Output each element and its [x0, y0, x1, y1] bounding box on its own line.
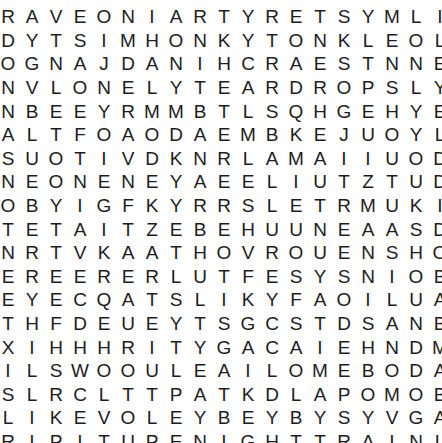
grid-cell[interactable]: C [68, 288, 92, 312]
grid-cell[interactable]: A [188, 170, 212, 194]
grid-cell[interactable]: L [356, 29, 380, 53]
grid-cell[interactable]: B [20, 194, 44, 218]
grid-cell[interactable]: K [236, 288, 260, 312]
grid-cell[interactable]: E [284, 194, 308, 218]
grid-cell[interactable]: A [284, 52, 308, 76]
grid-cell[interactable]: E [140, 170, 164, 194]
grid-cell[interactable]: T [140, 383, 164, 407]
grid-cell[interactable]: E [356, 99, 380, 123]
grid-cell[interactable]: F [44, 312, 68, 336]
grid-cell[interactable]: I [140, 335, 164, 359]
grid-cell[interactable]: A [20, 5, 44, 29]
grid-cell[interactable]: D [332, 312, 356, 336]
grid-cell[interactable]: L [140, 406, 164, 430]
grid-cell[interactable]: E [44, 288, 68, 312]
grid-cell[interactable]: H [140, 29, 164, 53]
grid-cell[interactable]: T [0, 312, 20, 336]
grid-cell[interactable]: B [212, 406, 236, 430]
grid-cell[interactable]: T [380, 170, 404, 194]
grid-cell[interactable]: Q [92, 288, 116, 312]
grid-cell[interactable]: R [332, 194, 356, 218]
grid-cell[interactable]: E [212, 170, 236, 194]
grid-cell[interactable]: L [260, 170, 284, 194]
grid-cell[interactable]: M [428, 335, 442, 359]
grid-cell[interactable]: O [356, 383, 380, 407]
grid-cell[interactable]: N [308, 217, 332, 241]
grid-cell[interactable]: S [404, 217, 428, 241]
grid-cell[interactable]: Y [164, 312, 188, 336]
grid-cell[interactable]: M [236, 123, 260, 147]
grid-cell[interactable]: Y [20, 288, 44, 312]
grid-cell[interactable]: I [20, 406, 44, 430]
grid-cell[interactable]: H [308, 99, 332, 123]
grid-cell[interactable]: K [44, 406, 68, 430]
grid-cell[interactable]: I [356, 147, 380, 171]
grid-cell[interactable]: B [20, 99, 44, 123]
grid-cell[interactable]: K [212, 29, 236, 53]
grid-cell[interactable]: L [428, 430, 442, 443]
grid-cell[interactable]: N [188, 147, 212, 171]
grid-cell[interactable]: S [380, 241, 404, 265]
grid-cell[interactable]: A [140, 52, 164, 76]
grid-cell[interactable]: U [188, 265, 212, 289]
grid-cell[interactable]: A [164, 5, 188, 29]
grid-cell[interactable]: O [92, 359, 116, 383]
grid-cell[interactable]: T [140, 288, 164, 312]
grid-cell[interactable]: P [332, 383, 356, 407]
grid-cell[interactable]: R [212, 147, 236, 171]
grid-cell[interactable]: O [0, 52, 20, 76]
grid-cell[interactable]: D [404, 335, 428, 359]
grid-cell[interactable]: L [404, 76, 428, 100]
grid-cell[interactable]: O [164, 29, 188, 53]
grid-cell[interactable]: K [404, 194, 428, 218]
grid-cell[interactable]: D [284, 76, 308, 100]
grid-cell[interactable]: D [428, 147, 442, 171]
grid-cell[interactable]: Y [428, 76, 442, 100]
grid-cell[interactable]: Y [236, 29, 260, 53]
grid-cell[interactable]: S [236, 194, 260, 218]
grid-cell[interactable]: L [236, 147, 260, 171]
grid-cell[interactable]: T [308, 312, 332, 336]
grid-cell[interactable]: A [308, 383, 332, 407]
grid-cell[interactable]: N [404, 430, 428, 443]
grid-cell[interactable]: I [308, 335, 332, 359]
grid-cell[interactable]: A [236, 76, 260, 100]
grid-cell[interactable]: H [356, 335, 380, 359]
grid-cell[interactable]: I [428, 194, 442, 218]
grid-cell[interactable]: S [332, 5, 356, 29]
grid-cell[interactable]: N [356, 265, 380, 289]
grid-cell[interactable]: E [428, 99, 442, 123]
grid-cell[interactable]: S [0, 147, 20, 171]
grid-cell[interactable]: L [140, 76, 164, 100]
grid-cell[interactable]: A [116, 288, 140, 312]
grid-cell[interactable]: I [92, 217, 116, 241]
grid-cell[interactable]: E [92, 312, 116, 336]
grid-cell[interactable]: Y [260, 288, 284, 312]
grid-cell[interactable]: Y [356, 406, 380, 430]
grid-cell[interactable]: Y [236, 5, 260, 29]
grid-cell[interactable]: O [332, 76, 356, 100]
grid-cell[interactable]: L [428, 29, 442, 53]
grid-cell[interactable]: T [212, 265, 236, 289]
grid-cell[interactable]: D [140, 147, 164, 171]
grid-cell[interactable]: Y [308, 265, 332, 289]
grid-cell[interactable]: N [404, 52, 428, 76]
grid-cell[interactable]: F [236, 265, 260, 289]
grid-cell[interactable]: A [0, 123, 20, 147]
grid-cell[interactable]: I [212, 288, 236, 312]
grid-cell[interactable]: N [68, 170, 92, 194]
grid-cell[interactable]: E [332, 241, 356, 265]
grid-cell[interactable]: L [92, 383, 116, 407]
grid-cell[interactable]: A [140, 241, 164, 265]
grid-cell[interactable]: M [116, 29, 140, 53]
grid-cell[interactable]: J [92, 52, 116, 76]
grid-cell[interactable]: T [116, 217, 140, 241]
grid-cell[interactable]: D [428, 217, 442, 241]
grid-cell[interactable]: U [308, 241, 332, 265]
grid-cell[interactable]: A [188, 123, 212, 147]
grid-cell[interactable]: E [116, 76, 140, 100]
grid-cell[interactable]: W [68, 359, 92, 383]
grid-cell[interactable]: H [188, 241, 212, 265]
grid-cell[interactable]: K [92, 241, 116, 265]
grid-cell[interactable]: A [356, 217, 380, 241]
grid-cell[interactable]: N [0, 99, 20, 123]
grid-cell[interactable]: Y [260, 406, 284, 430]
grid-cell[interactable]: B [188, 217, 212, 241]
grid-cell[interactable]: U [140, 359, 164, 383]
grid-cell[interactable]: R [0, 430, 20, 443]
grid-cell[interactable]: D [164, 123, 188, 147]
grid-cell[interactable]: T [308, 194, 332, 218]
grid-cell[interactable]: S [44, 359, 68, 383]
grid-cell[interactable]: G [236, 312, 260, 336]
grid-cell[interactable]: E [236, 170, 260, 194]
grid-cell[interactable]: G [212, 335, 236, 359]
grid-cell[interactable]: I [356, 288, 380, 312]
grid-cell[interactable]: T [188, 312, 212, 336]
grid-cell[interactable]: A [428, 359, 442, 383]
grid-cell[interactable]: K [284, 123, 308, 147]
grid-cell[interactable]: E [68, 406, 92, 430]
grid-cell[interactable]: O [332, 288, 356, 312]
grid-cell[interactable]: A [68, 217, 92, 241]
grid-cell[interactable]: Y [308, 406, 332, 430]
grid-cell[interactable]: E [188, 359, 212, 383]
grid-cell[interactable]: E [212, 217, 236, 241]
grid-cell[interactable]: V [20, 76, 44, 100]
grid-cell[interactable]: T [44, 123, 68, 147]
grid-cell[interactable]: Y [92, 99, 116, 123]
grid-cell[interactable]: H [20, 312, 44, 336]
grid-cell[interactable]: L [20, 359, 44, 383]
grid-cell[interactable]: R [260, 76, 284, 100]
grid-cell[interactable]: T [164, 241, 188, 265]
grid-cell[interactable]: G [236, 430, 260, 443]
grid-cell[interactable]: Y [404, 99, 428, 123]
grid-cell[interactable]: T [116, 383, 140, 407]
grid-cell[interactable]: S [212, 312, 236, 336]
grid-cell[interactable]: R [260, 5, 284, 29]
grid-cell[interactable]: Y [164, 170, 188, 194]
grid-cell[interactable]: N [116, 170, 140, 194]
grid-cell[interactable]: U [380, 147, 404, 171]
grid-cell[interactable]: Y [356, 5, 380, 29]
grid-cell[interactable]: T [356, 52, 380, 76]
grid-cell[interactable]: O [92, 123, 116, 147]
grid-cell[interactable]: B [428, 383, 442, 407]
grid-cell[interactable]: U [356, 123, 380, 147]
grid-cell[interactable]: H [92, 335, 116, 359]
grid-cell[interactable]: Z [140, 217, 164, 241]
grid-cell[interactable]: E [212, 123, 236, 147]
grid-cell[interactable]: I [380, 430, 404, 443]
grid-cell[interactable]: Z [356, 170, 380, 194]
grid-cell[interactable]: L [188, 288, 212, 312]
grid-cell[interactable]: A [380, 217, 404, 241]
grid-cell[interactable]: E [332, 359, 356, 383]
grid-cell[interactable]: A [212, 359, 236, 383]
grid-cell[interactable]: A [428, 288, 442, 312]
grid-cell[interactable]: L [20, 383, 44, 407]
grid-cell[interactable]: K [164, 147, 188, 171]
grid-cell[interactable]: S [0, 383, 20, 407]
grid-cell[interactable]: E [68, 99, 92, 123]
grid-cell[interactable]: Y [188, 335, 212, 359]
grid-cell[interactable]: L [20, 123, 44, 147]
grid-cell[interactable]: Y [404, 123, 428, 147]
grid-cell[interactable]: O [212, 241, 236, 265]
grid-cell[interactable]: E [0, 288, 20, 312]
grid-cell[interactable]: O [380, 123, 404, 147]
grid-cell[interactable]: O [284, 241, 308, 265]
grid-cell[interactable]: D [260, 383, 284, 407]
grid-cell[interactable]: O [284, 359, 308, 383]
grid-cell[interactable]: I [68, 194, 92, 218]
grid-cell[interactable]: O [44, 147, 68, 171]
grid-cell[interactable]: A [236, 335, 260, 359]
grid-cell[interactable]: S [380, 76, 404, 100]
grid-cell[interactable]: I [188, 52, 212, 76]
grid-cell[interactable]: M [140, 99, 164, 123]
grid-cell[interactable]: S [68, 29, 92, 53]
grid-cell[interactable]: N [0, 170, 20, 194]
grid-cell[interactable]: H [404, 241, 428, 265]
grid-cell[interactable]: R [308, 76, 332, 100]
grid-cell[interactable]: U [404, 170, 428, 194]
grid-cell[interactable]: E [116, 265, 140, 289]
grid-cell[interactable]: E [92, 170, 116, 194]
grid-cell[interactable]: V [68, 241, 92, 265]
grid-cell[interactable]: I [0, 359, 20, 383]
grid-cell[interactable]: R [260, 52, 284, 76]
grid-cell[interactable]: I [212, 430, 236, 443]
grid-cell[interactable]: I [92, 29, 116, 53]
grid-cell[interactable]: I [284, 170, 308, 194]
grid-cell[interactable]: L [380, 288, 404, 312]
grid-cell[interactable]: R [188, 194, 212, 218]
grid-cell[interactable]: L [164, 265, 188, 289]
grid-cell[interactable]: H [44, 335, 68, 359]
grid-cell[interactable]: Y [164, 194, 188, 218]
grid-cell[interactable]: A [116, 123, 140, 147]
grid-cell[interactable]: Y [20, 29, 44, 53]
grid-cell[interactable]: S [284, 265, 308, 289]
grid-cell[interactable]: E [164, 217, 188, 241]
grid-cell[interactable]: U [260, 217, 284, 241]
grid-cell[interactable]: T [164, 335, 188, 359]
grid-cell[interactable]: G [92, 194, 116, 218]
grid-cell[interactable]: N [308, 29, 332, 53]
grid-cell[interactable]: E [44, 265, 68, 289]
grid-cell[interactable]: F [116, 194, 140, 218]
grid-cell[interactable]: H [236, 217, 260, 241]
grid-cell[interactable]: E [308, 52, 332, 76]
grid-cell[interactable]: Q [284, 99, 308, 123]
grid-cell[interactable]: V [116, 147, 140, 171]
grid-cell[interactable]: C [260, 335, 284, 359]
grid-cell[interactable]: O [92, 5, 116, 29]
grid-cell[interactable]: K [140, 194, 164, 218]
grid-cell[interactable]: M [284, 147, 308, 171]
grid-cell[interactable]: D [428, 170, 442, 194]
grid-cell[interactable]: S [356, 312, 380, 336]
grid-cell[interactable]: L [260, 359, 284, 383]
grid-cell[interactable]: O [404, 383, 428, 407]
grid-cell[interactable]: S [332, 265, 356, 289]
grid-cell[interactable]: O [116, 406, 140, 430]
grid-cell[interactable]: T [44, 217, 68, 241]
grid-cell[interactable]: K [332, 29, 356, 53]
grid-cell[interactable]: E [20, 170, 44, 194]
grid-cell[interactable]: R [20, 265, 44, 289]
grid-cell[interactable]: E [308, 123, 332, 147]
grid-cell[interactable]: T [212, 99, 236, 123]
grid-cell[interactable]: Y [188, 406, 212, 430]
grid-cell[interactable]: U [380, 194, 404, 218]
grid-cell[interactable]: N [188, 430, 212, 443]
grid-cell[interactable]: N [380, 335, 404, 359]
grid-cell[interactable]: L [44, 76, 68, 100]
grid-cell[interactable]: T [44, 29, 68, 53]
grid-cell[interactable]: A [188, 383, 212, 407]
grid-cell[interactable]: A [380, 312, 404, 336]
grid-cell[interactable]: M [356, 194, 380, 218]
grid-cell[interactable]: U [284, 217, 308, 241]
grid-cell[interactable]: O [380, 359, 404, 383]
grid-cell[interactable]: D [0, 29, 20, 53]
grid-cell[interactable]: A [116, 241, 140, 265]
grid-cell[interactable]: T [284, 430, 308, 443]
grid-cell[interactable]: O [116, 359, 140, 383]
grid-cell[interactable]: U [308, 170, 332, 194]
grid-cell[interactable]: N [404, 312, 428, 336]
grid-cell[interactable]: T [92, 430, 116, 443]
grid-cell[interactable]: T [308, 430, 332, 443]
grid-cell[interactable]: M [380, 5, 404, 29]
grid-cell[interactable]: A [356, 430, 380, 443]
grid-cell[interactable]: C [236, 52, 260, 76]
grid-cell[interactable]: O [404, 147, 428, 171]
grid-cell[interactable]: T [260, 29, 284, 53]
grid-cell[interactable]: P [164, 383, 188, 407]
grid-cell[interactable]: U [116, 430, 140, 443]
grid-cell[interactable]: N [188, 29, 212, 53]
grid-cell[interactable]: B [188, 99, 212, 123]
grid-cell[interactable]: T [332, 170, 356, 194]
grid-cell[interactable]: I [332, 147, 356, 171]
grid-cell[interactable]: L [236, 99, 260, 123]
grid-cell[interactable]: T [212, 383, 236, 407]
grid-cell[interactable]: O [284, 29, 308, 53]
grid-cell[interactable]: T [68, 147, 92, 171]
grid-cell[interactable]: E [0, 265, 20, 289]
grid-cell[interactable]: A [68, 52, 92, 76]
grid-cell[interactable]: N [0, 241, 20, 265]
grid-cell[interactable]: D [68, 312, 92, 336]
grid-cell[interactable]: S [164, 288, 188, 312]
grid-cell[interactable]: I [20, 430, 44, 443]
grid-cell[interactable]: E [164, 406, 188, 430]
grid-cell[interactable]: C [260, 312, 284, 336]
grid-cell[interactable]: T [212, 5, 236, 29]
grid-cell[interactable]: R [260, 241, 284, 265]
grid-cell[interactable]: I [428, 5, 442, 29]
grid-cell[interactable]: O [0, 194, 20, 218]
grid-cell[interactable]: I [20, 335, 44, 359]
grid-cell[interactable]: S [332, 52, 356, 76]
grid-cell[interactable]: B [356, 359, 380, 383]
grid-cell[interactable]: R [116, 99, 140, 123]
grid-cell[interactable]: C [68, 383, 92, 407]
grid-cell[interactable]: L [260, 194, 284, 218]
grid-cell[interactable]: S [332, 406, 356, 430]
grid-cell[interactable]: B [260, 123, 284, 147]
grid-cell[interactable]: E [380, 29, 404, 53]
grid-cell[interactable]: P [140, 430, 164, 443]
grid-cell[interactable]: T [308, 5, 332, 29]
grid-cell[interactable]: A [308, 147, 332, 171]
grid-cell[interactable]: V [236, 241, 260, 265]
grid-cell[interactable]: E [260, 265, 284, 289]
grid-cell[interactable]: L [284, 383, 308, 407]
grid-cell[interactable]: X [0, 335, 20, 359]
grid-cell[interactable]: N [164, 52, 188, 76]
grid-cell[interactable]: U [116, 312, 140, 336]
grid-cell[interactable]: F [68, 123, 92, 147]
grid-cell[interactable]: I [236, 359, 260, 383]
grid-cell[interactable]: N [44, 52, 68, 76]
grid-cell[interactable]: I [380, 265, 404, 289]
grid-cell[interactable]: E [428, 52, 442, 76]
grid-cell[interactable]: G [332, 99, 356, 123]
grid-cell[interactable]: D [116, 52, 140, 76]
grid-cell[interactable]: E [332, 217, 356, 241]
grid-cell[interactable]: O [140, 123, 164, 147]
grid-cell[interactable]: M [380, 383, 404, 407]
grid-cell[interactable]: B [284, 406, 308, 430]
grid-cell[interactable]: V [380, 406, 404, 430]
grid-cell[interactable]: J [332, 123, 356, 147]
grid-cell[interactable]: I [92, 147, 116, 171]
grid-cell[interactable]: E [332, 335, 356, 359]
grid-cell[interactable]: N [0, 76, 20, 100]
grid-cell[interactable]: E [68, 265, 92, 289]
grid-cell[interactable]: O [404, 265, 428, 289]
